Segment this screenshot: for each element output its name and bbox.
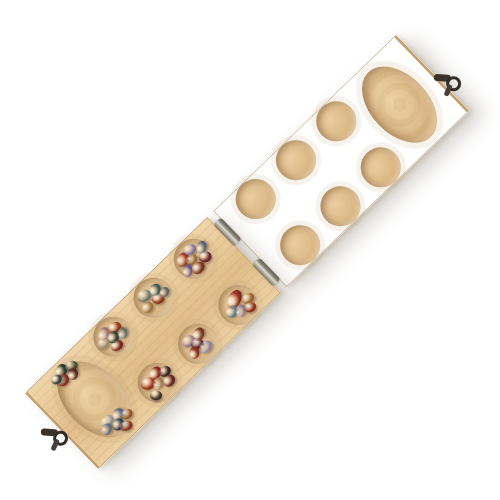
board-container	[25, 35, 470, 470]
stone[interactable]	[150, 390, 162, 400]
photo-background	[0, 0, 500, 500]
board-half-upper-right	[213, 35, 469, 288]
